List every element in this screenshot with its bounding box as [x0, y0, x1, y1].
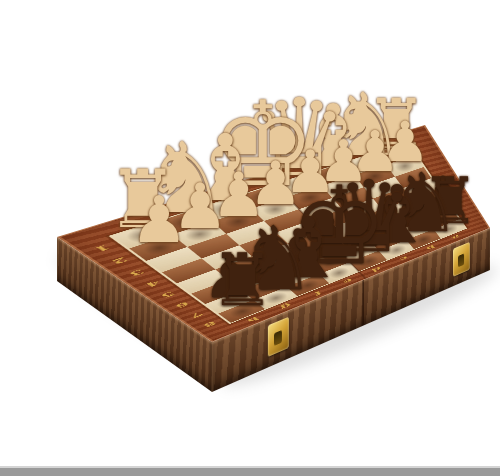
rank-label-7: 7 — [187, 310, 205, 319]
piece-white-pawn-h2: ♟ — [130, 188, 188, 252]
rank-label-5: 5 — [158, 290, 177, 299]
rank-label-3: 3 — [126, 268, 146, 278]
clasp-latch-1 — [268, 317, 289, 357]
page-bottom-bar — [0, 466, 500, 476]
rank-label-2: 2 — [109, 256, 130, 266]
rank-label-6: 6 — [173, 300, 191, 309]
chess-set-photo: 12345678abcdefgh ♜♞♝♛♚♝♞♜♟♟♟♟♟♟♟♟♟♟♟♟♟♟♟… — [0, 0, 500, 476]
piece-black-rook-h8: ♜ — [210, 244, 275, 316]
rank-label-4: 4 — [143, 279, 163, 289]
